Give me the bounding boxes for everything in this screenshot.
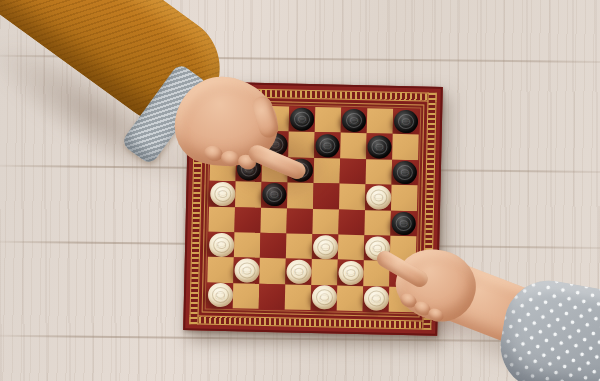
- square-r8c5[interactable]: ⛀: [311, 285, 338, 311]
- square-r5c6[interactable]: [338, 209, 365, 235]
- black-man[interactable]: ⛂: [367, 135, 392, 159]
- white-man[interactable]: ⛀: [366, 185, 392, 210]
- square-r3c7[interactable]: [366, 159, 393, 185]
- black-man[interactable]: ⛂: [394, 110, 419, 134]
- square-r8c3[interactable]: [259, 283, 286, 309]
- square-r5c3[interactable]: [260, 207, 287, 233]
- square-r6c8[interactable]: [390, 236, 417, 262]
- black-man-glyph: ⛂: [348, 114, 359, 127]
- black-man-glyph: ⛂: [400, 115, 411, 128]
- white-man-glyph: ⛀: [293, 265, 304, 278]
- square-r6c2[interactable]: [234, 232, 261, 258]
- white-man[interactable]: ⛀: [208, 232, 234, 257]
- square-r7c6[interactable]: ⛀: [337, 260, 364, 286]
- white-man-glyph: ⛀: [214, 289, 225, 302]
- square-r6c1[interactable]: ⛀: [208, 232, 235, 258]
- white-man-glyph: ⛀: [241, 264, 252, 277]
- child-polka-dot-sleeve: [493, 274, 600, 381]
- square-r2c6[interactable]: [340, 133, 367, 159]
- square-r7c2[interactable]: ⛀: [233, 257, 260, 283]
- square-r2c7[interactable]: ⛂: [366, 134, 393, 160]
- square-r6c3[interactable]: [260, 233, 287, 259]
- white-man-glyph: ⛀: [345, 266, 356, 279]
- white-man-glyph: ⛀: [370, 292, 381, 305]
- square-r4c6[interactable]: [339, 184, 366, 210]
- black-man[interactable]: ⛂: [391, 211, 416, 235]
- white-man[interactable]: ⛀: [338, 261, 364, 286]
- square-r1c7[interactable]: [367, 108, 394, 134]
- white-man-glyph: ⛀: [320, 240, 331, 253]
- wood-plank-seam: [0, 55, 600, 64]
- white-man[interactable]: ⛀: [364, 236, 390, 261]
- square-r7c4[interactable]: ⛀: [285, 259, 312, 285]
- photo-scene: ⛂⛂⛂⛂⛂⛂⛂⛂⛂⛀⛂⛀⛂⛀⛀⛀⛀⛀⛀⛀⛀⛀: [0, 0, 600, 381]
- square-r6c7[interactable]: ⛀: [364, 235, 391, 261]
- square-r7c3[interactable]: [259, 258, 286, 284]
- square-r6c6[interactable]: [338, 234, 365, 260]
- black-man[interactable]: ⛂: [393, 161, 418, 185]
- white-man-glyph: ⛀: [318, 291, 329, 304]
- white-man[interactable]: ⛀: [207, 283, 233, 308]
- square-r5c5[interactable]: [312, 209, 339, 235]
- wood-plank-seam: [0, 335, 600, 344]
- square-r5c8[interactable]: ⛂: [390, 210, 417, 236]
- white-man-glyph: ⛀: [217, 187, 228, 200]
- white-man[interactable]: ⛀: [312, 235, 338, 260]
- white-man[interactable]: ⛀: [311, 285, 337, 310]
- square-r4c8[interactable]: [391, 185, 418, 211]
- board-ornament-border-bottom: [189, 315, 431, 329]
- checkers-board: ⛂⛂⛂⛂⛂⛂⛂⛂⛂⛀⛂⛀⛂⛀⛀⛀⛀⛀⛀⛀⛀⛀: [183, 81, 443, 336]
- square-r8c1[interactable]: ⛀: [207, 282, 234, 308]
- square-r7c5[interactable]: [311, 259, 338, 285]
- square-r8c6[interactable]: [337, 285, 364, 311]
- black-man[interactable]: ⛂: [342, 109, 367, 133]
- white-man[interactable]: ⛀: [286, 259, 312, 284]
- white-man-glyph: ⛀: [373, 191, 384, 204]
- square-r4c7[interactable]: ⛀: [365, 184, 392, 210]
- square-r7c7[interactable]: [363, 260, 390, 286]
- square-r3c8[interactable]: ⛂: [392, 160, 419, 186]
- square-r8c7[interactable]: ⛀: [363, 286, 390, 312]
- square-r6c5[interactable]: ⛀: [312, 234, 339, 260]
- square-r1c6[interactable]: ⛂: [341, 108, 368, 134]
- square-r5c2[interactable]: [234, 207, 261, 233]
- white-man-glyph: ⛀: [372, 241, 383, 254]
- black-man-glyph: ⛂: [398, 217, 409, 230]
- square-r1c8[interactable]: ⛂: [393, 109, 420, 135]
- square-r2c8[interactable]: [392, 134, 419, 160]
- black-man-glyph: ⛂: [399, 166, 410, 179]
- square-r3c6[interactable]: [340, 158, 367, 184]
- square-r6c4[interactable]: [286, 233, 313, 259]
- square-r7c1[interactable]: [207, 257, 234, 283]
- square-r5c1[interactable]: [208, 206, 235, 232]
- black-man-glyph: ⛂: [374, 140, 385, 153]
- square-r1c5[interactable]: [315, 107, 342, 133]
- square-r5c4[interactable]: [286, 208, 313, 234]
- white-man-glyph: ⛀: [216, 238, 227, 251]
- white-man[interactable]: ⛀: [363, 286, 389, 311]
- white-man[interactable]: ⛀: [234, 258, 260, 283]
- square-r8c4[interactable]: [285, 284, 312, 310]
- square-r5c7[interactable]: [364, 210, 391, 236]
- square-r8c2[interactable]: [233, 283, 260, 309]
